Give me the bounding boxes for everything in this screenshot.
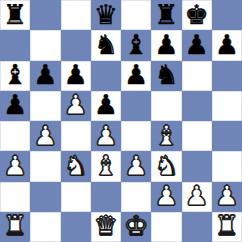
square-f6[interactable]: ♞	[151, 61, 181, 91]
square-c7[interactable]	[61, 30, 91, 60]
square-e8[interactable]	[121, 0, 151, 30]
square-f2[interactable]: ♟	[151, 182, 181, 212]
square-c4[interactable]	[61, 121, 91, 151]
square-c3[interactable]: ♞	[61, 151, 91, 181]
square-e5[interactable]	[121, 91, 151, 121]
square-c2[interactable]	[61, 182, 91, 212]
square-d8[interactable]: ♛	[91, 0, 121, 30]
square-a3[interactable]: ♟	[0, 151, 30, 181]
square-d6[interactable]	[91, 61, 121, 91]
square-b3[interactable]	[30, 151, 60, 181]
black-rook: ♜	[154, 1, 178, 28]
square-g7[interactable]: ♟	[182, 30, 212, 60]
white-pawn: ♟	[3, 152, 27, 179]
white-pawn: ♟	[64, 91, 88, 118]
white-pawn: ♟	[33, 122, 57, 149]
square-e2[interactable]	[121, 182, 151, 212]
square-d4[interactable]: ♟	[91, 121, 121, 151]
square-f8[interactable]: ♜	[151, 0, 181, 30]
black-bishop: ♝	[124, 31, 148, 58]
white-rook: ♜	[3, 212, 27, 239]
square-a5[interactable]: ♟	[0, 91, 30, 121]
square-h1[interactable]: ♜	[212, 212, 242, 242]
square-f7[interactable]: ♟	[151, 30, 181, 60]
black-pawn: ♟	[3, 91, 27, 118]
square-a7[interactable]	[0, 30, 30, 60]
black-rook: ♜	[3, 1, 27, 28]
square-b1[interactable]	[30, 212, 60, 242]
white-pawn: ♟	[124, 152, 148, 179]
white-pawn: ♟	[215, 182, 239, 209]
square-d5[interactable]: ♟	[91, 91, 121, 121]
black-pawn: ♟	[64, 61, 88, 88]
black-pawn: ♟	[185, 31, 209, 58]
square-c1[interactable]	[61, 212, 91, 242]
square-e1[interactable]: ♚	[121, 212, 151, 242]
black-knight: ♞	[154, 61, 178, 88]
square-a8[interactable]: ♜	[0, 0, 30, 30]
white-king: ♚	[124, 212, 148, 239]
black-knight: ♞	[94, 31, 118, 58]
square-f1[interactable]	[151, 212, 181, 242]
black-pawn: ♟	[33, 61, 57, 88]
square-e7[interactable]: ♝	[121, 30, 151, 60]
square-c5[interactable]: ♟	[61, 91, 91, 121]
square-h8[interactable]	[212, 0, 242, 30]
square-b6[interactable]: ♟	[30, 61, 60, 91]
square-a6[interactable]: ♝	[0, 61, 30, 91]
white-knight: ♞	[154, 152, 178, 179]
square-d7[interactable]: ♞	[91, 30, 121, 60]
square-a2[interactable]	[0, 182, 30, 212]
white-bishop: ♝	[154, 122, 178, 149]
square-g4[interactable]	[182, 121, 212, 151]
square-b2[interactable]	[30, 182, 60, 212]
black-queen: ♛	[94, 1, 118, 28]
square-f4[interactable]: ♝	[151, 121, 181, 151]
square-f5[interactable]	[151, 91, 181, 121]
chess-board: ♜♛♜♚♞♝♟♟♟♝♟♟♟♞♟♟♟♟♟♝♟♞♝♟♞♟♟♟♜♛♚♜	[0, 0, 242, 242]
square-g8[interactable]: ♚	[182, 0, 212, 30]
square-a4[interactable]	[0, 121, 30, 151]
black-king: ♚	[185, 1, 209, 28]
square-h3[interactable]	[212, 151, 242, 181]
square-d1[interactable]: ♛	[91, 212, 121, 242]
square-c6[interactable]: ♟	[61, 61, 91, 91]
square-h7[interactable]: ♟	[212, 30, 242, 60]
square-g1[interactable]	[182, 212, 212, 242]
square-b8[interactable]	[30, 0, 60, 30]
square-g6[interactable]	[182, 61, 212, 91]
square-h6[interactable]	[212, 61, 242, 91]
square-h4[interactable]	[212, 121, 242, 151]
square-b7[interactable]	[30, 30, 60, 60]
black-pawn: ♟	[94, 91, 118, 118]
square-g5[interactable]	[182, 91, 212, 121]
square-g3[interactable]	[182, 151, 212, 181]
black-pawn: ♟	[124, 61, 148, 88]
square-h5[interactable]	[212, 91, 242, 121]
square-c8[interactable]	[61, 0, 91, 30]
board-grid: ♜♛♜♚♞♝♟♟♟♝♟♟♟♞♟♟♟♟♟♝♟♞♝♟♞♟♟♟♜♛♚♜	[0, 0, 242, 242]
white-pawn: ♟	[154, 182, 178, 209]
black-bishop: ♝	[3, 61, 27, 88]
black-pawn: ♟	[215, 31, 239, 58]
square-a1[interactable]: ♜	[0, 212, 30, 242]
white-pawn: ♟	[94, 122, 118, 149]
square-d2[interactable]	[91, 182, 121, 212]
square-b5[interactable]	[30, 91, 60, 121]
square-d3[interactable]: ♝	[91, 151, 121, 181]
square-e3[interactable]: ♟	[121, 151, 151, 181]
square-e6[interactable]: ♟	[121, 61, 151, 91]
white-knight: ♞	[64, 152, 88, 179]
square-f3[interactable]: ♞	[151, 151, 181, 181]
white-rook: ♜	[215, 212, 239, 239]
square-h2[interactable]: ♟	[212, 182, 242, 212]
white-bishop: ♝	[94, 152, 118, 179]
square-g2[interactable]: ♟	[182, 182, 212, 212]
square-e4[interactable]	[121, 121, 151, 151]
black-pawn: ♟	[154, 31, 178, 58]
white-pawn: ♟	[185, 182, 209, 209]
square-b4[interactable]: ♟	[30, 121, 60, 151]
white-queen: ♛	[94, 212, 118, 239]
